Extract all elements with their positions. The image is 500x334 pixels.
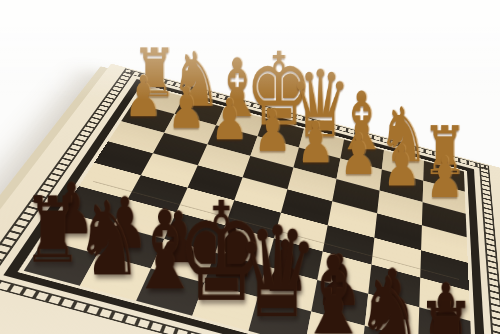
board-tilt-wrapper: ♜♞♝♚♛♝♞♜♟♟♟♟♟♟♟♟♟♟♟♟♟♟♟♟♜♞♝♚♛♝♞♜ xyxy=(0,0,500,334)
photo-backdrop: ♜♞♝♚♛♝♞♜♟♟♟♟♟♟♟♟♟♟♟♟♟♟♟♟♜♞♝♚♛♝♞♜ xyxy=(0,0,500,334)
perspective-scene: ♜♞♝♚♛♝♞♜♟♟♟♟♟♟♟♟♟♟♟♟♟♟♟♟♜♞♝♚♛♝♞♜ xyxy=(0,0,500,334)
white-pawn[interactable]: ♟ xyxy=(389,149,500,206)
board-frame: ♜♞♝♚♛♝♞♜♟♟♟♟♟♟♟♟♟♟♟♟♟♟♟♟♜♞♝♚♛♝♞♜ xyxy=(3,79,488,334)
black-rook[interactable]: ♜ xyxy=(373,290,500,334)
chess-board-panel: ♜♞♝♚♛♝♞♜♟♟♟♟♟♟♟♟♟♟♟♟♟♟♟♟♜♞♝♚♛♝♞♜ xyxy=(0,64,500,334)
